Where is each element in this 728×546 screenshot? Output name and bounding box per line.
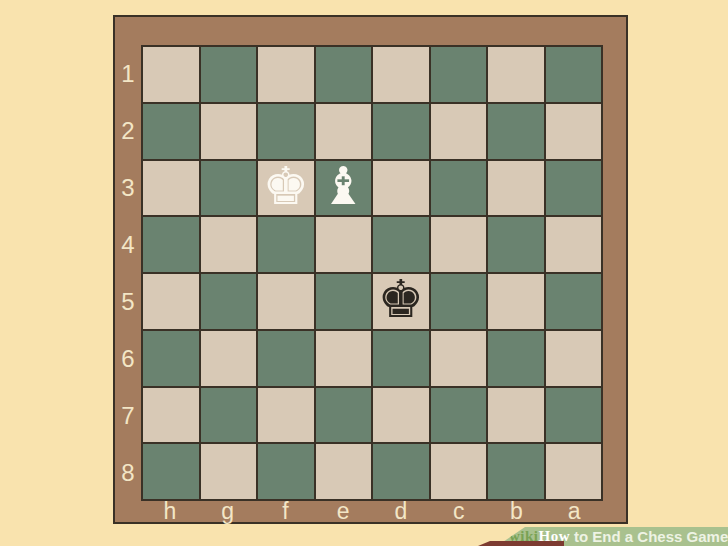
- rank-label-1: 1: [115, 45, 141, 102]
- square-c7: [431, 388, 487, 443]
- square-b4: [488, 217, 544, 272]
- file-label-e: e: [314, 501, 372, 522]
- file-label-d: d: [372, 501, 430, 522]
- square-b8: [488, 444, 544, 499]
- square-c1: [431, 47, 487, 102]
- rank-label-6: 6: [115, 330, 141, 387]
- square-d1: [373, 47, 429, 102]
- rank-label-4: 4: [115, 216, 141, 273]
- file-label-c: c: [430, 501, 488, 522]
- square-b1: [488, 47, 544, 102]
- square-e2: [316, 104, 372, 159]
- square-a3: [546, 161, 602, 216]
- square-h3: [143, 161, 199, 216]
- square-g1: [201, 47, 257, 102]
- watermark-ribbon-fold: [478, 541, 564, 546]
- square-d8: [373, 444, 429, 499]
- file-label-a: a: [545, 501, 603, 522]
- square-a5: [546, 274, 602, 329]
- square-b5: [488, 274, 544, 329]
- square-e6: [316, 331, 372, 386]
- file-labels: hgfedcba: [141, 501, 603, 522]
- square-a4: [546, 217, 602, 272]
- square-f1: [258, 47, 314, 102]
- square-g4: [201, 217, 257, 272]
- square-d6: [373, 331, 429, 386]
- square-h5: [143, 274, 199, 329]
- square-d3: [373, 161, 429, 216]
- rank-label-3: 3: [115, 159, 141, 216]
- square-c4: [431, 217, 487, 272]
- square-g7: [201, 388, 257, 443]
- square-f7: [258, 388, 314, 443]
- square-g2: [201, 104, 257, 159]
- rank-label-7: 7: [115, 387, 141, 444]
- square-f5: [258, 274, 314, 329]
- square-b6: [488, 331, 544, 386]
- square-f2: [258, 104, 314, 159]
- square-c6: [431, 331, 487, 386]
- square-c2: [431, 104, 487, 159]
- square-a2: [546, 104, 602, 159]
- square-c8: [431, 444, 487, 499]
- square-a6: [546, 331, 602, 386]
- square-f8: [258, 444, 314, 499]
- square-g8: [201, 444, 257, 499]
- square-a1: [546, 47, 602, 102]
- file-label-g: g: [199, 501, 257, 522]
- page-background: 12345678 ♚♝♚ hgfedcba wikiHow to End a C…: [0, 0, 728, 546]
- black-king: ♚: [377, 273, 424, 325]
- square-g5: [201, 274, 257, 329]
- chess-board: 12345678 ♚♝♚ hgfedcba: [113, 15, 628, 524]
- square-h2: [143, 104, 199, 159]
- square-e4: [316, 217, 372, 272]
- square-f4: [258, 217, 314, 272]
- square-h4: [143, 217, 199, 272]
- square-g6: [201, 331, 257, 386]
- square-e1: [316, 47, 372, 102]
- square-a7: [546, 388, 602, 443]
- square-b7: [488, 388, 544, 443]
- square-e7: [316, 388, 372, 443]
- square-c3: [431, 161, 487, 216]
- square-h1: [143, 47, 199, 102]
- file-label-h: h: [141, 501, 199, 522]
- rank-labels: 12345678: [115, 45, 141, 501]
- rank-label-5: 5: [115, 273, 141, 330]
- square-c5: [431, 274, 487, 329]
- square-b2: [488, 104, 544, 159]
- square-d7: [373, 388, 429, 443]
- square-d4: [373, 217, 429, 272]
- watermark-title: to End a Chess Game: [574, 528, 728, 545]
- square-b3: [488, 161, 544, 216]
- square-a8: [546, 444, 602, 499]
- square-e3: ♝: [316, 161, 372, 216]
- square-h7: [143, 388, 199, 443]
- square-h6: [143, 331, 199, 386]
- white-bishop: ♝: [320, 160, 367, 212]
- rank-label-2: 2: [115, 102, 141, 159]
- square-f6: [258, 331, 314, 386]
- rank-label-8: 8: [115, 444, 141, 501]
- square-d2: [373, 104, 429, 159]
- file-label-b: b: [488, 501, 546, 522]
- square-g3: [201, 161, 257, 216]
- square-d5: ♚: [373, 274, 429, 329]
- file-label-f: f: [257, 501, 315, 522]
- square-e8: [316, 444, 372, 499]
- square-f3: ♚: [258, 161, 314, 216]
- board-squares: ♚♝♚: [141, 45, 603, 501]
- square-h8: [143, 444, 199, 499]
- square-e5: [316, 274, 372, 329]
- white-king: ♚: [262, 160, 309, 212]
